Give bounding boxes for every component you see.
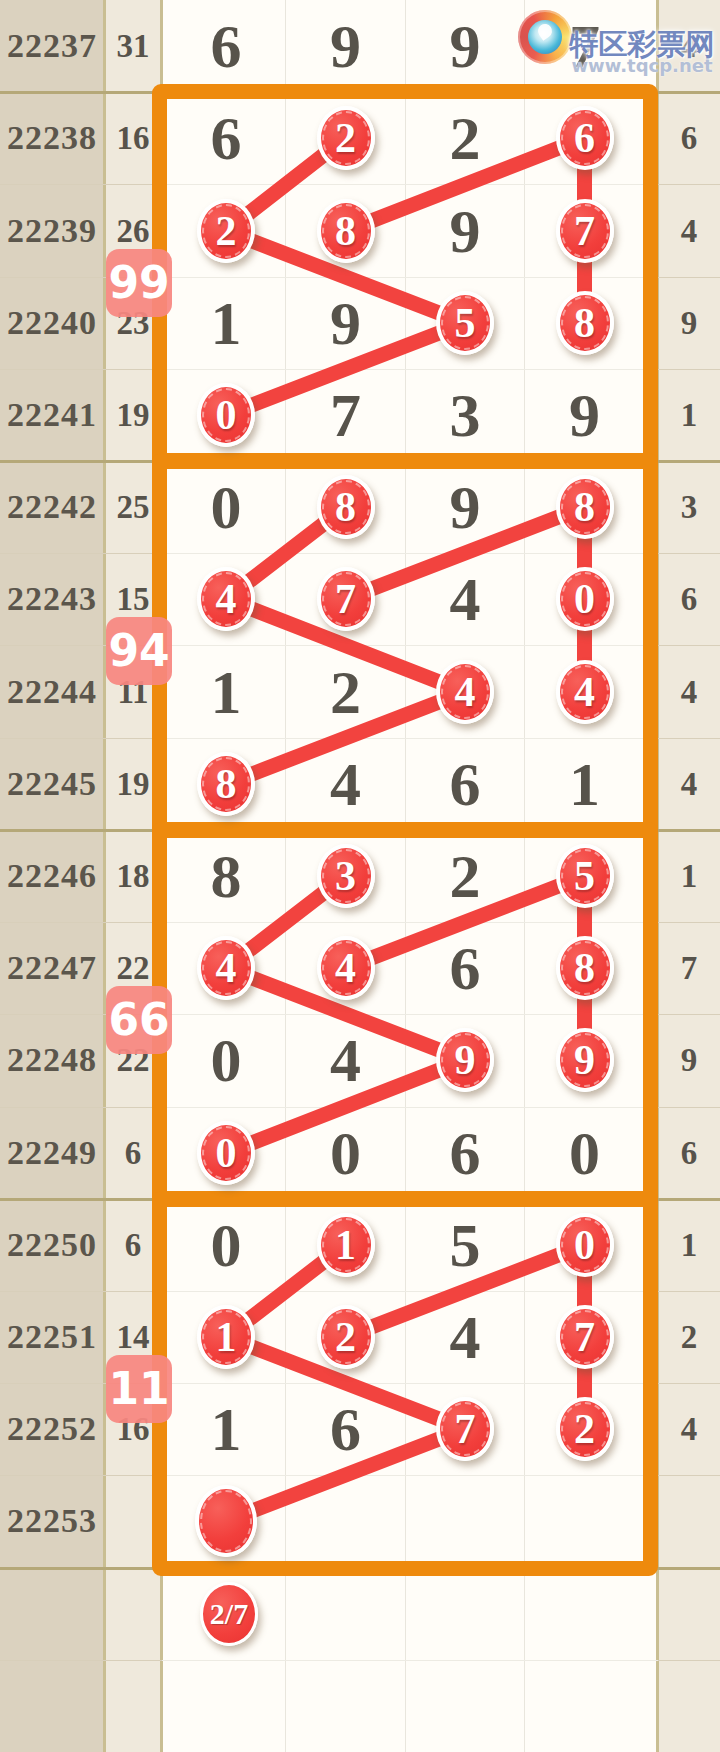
circled-digit: 2 — [317, 1305, 375, 1369]
circled-digit: 0 — [197, 1121, 255, 1185]
circled-digit: 4 — [556, 660, 614, 724]
circled-digit-label: 8 — [335, 210, 356, 252]
circled-digit-label: 0 — [574, 578, 595, 620]
circled-digit: 8 — [317, 199, 375, 263]
circled-digit-label: 8 — [574, 302, 595, 344]
trend-line — [226, 323, 465, 415]
circled-digit-label: 0 — [216, 1132, 237, 1174]
circled-digit-label: 7 — [574, 1316, 595, 1358]
circled-digit: 4 — [436, 660, 494, 724]
circled-digit: 7 — [436, 1397, 494, 1461]
trend-line — [346, 507, 585, 599]
circled-digit: 5 — [436, 291, 494, 355]
circled-digit: 6 — [556, 106, 614, 170]
circled-digit: 3 — [317, 844, 375, 908]
circled-digit: 1 — [197, 1305, 255, 1369]
circled-digit: 2 — [197, 199, 255, 263]
circled-digit: 1 — [317, 1213, 375, 1277]
circled-digit-label: 4 — [574, 671, 595, 713]
circled-digit-label: 4 — [335, 947, 356, 989]
circled-digit: 4 — [197, 567, 255, 631]
circled-digit: 8 — [556, 936, 614, 1000]
fraction-badge: 2/7 — [200, 1582, 258, 1646]
circled-digit-label: 1 — [216, 1316, 237, 1358]
circled-digit-label: 5 — [455, 302, 476, 344]
circled-digit-label: 2 — [216, 210, 237, 252]
circled-digit-label: 9 — [574, 1039, 595, 1081]
circled-digit: 7 — [556, 1305, 614, 1369]
circled-digit: 7 — [317, 567, 375, 631]
circled-digit-label: 0 — [574, 1224, 595, 1266]
circled-digit: 4 — [317, 936, 375, 1000]
circled-digit-label: 7 — [335, 578, 356, 620]
circled-digit: 7 — [556, 199, 614, 263]
circled-digit: 0 — [556, 1213, 614, 1277]
circled-digit-label: 8 — [574, 947, 595, 989]
ratio-badge: 99 — [106, 249, 172, 317]
circled-digit: 8 — [317, 475, 375, 539]
trend-line — [226, 1429, 465, 1521]
ratio-badge: 94 — [106, 617, 172, 685]
circled-digit-label: 3 — [335, 855, 356, 897]
fraction-badge-label: 2/7 — [210, 1597, 248, 1631]
circled-digit: 2 — [556, 1397, 614, 1461]
circled-digit: 9 — [436, 1028, 494, 1092]
circled-digit-label: 8 — [574, 486, 595, 528]
circled-digit: 8 — [556, 291, 614, 355]
circled-digit-label: 2 — [335, 117, 356, 159]
circled-digit-label: 4 — [455, 671, 476, 713]
circled-digit: 0 — [197, 383, 255, 447]
circled-digit: 8 — [556, 475, 614, 539]
circled-digit: 4 — [197, 936, 255, 1000]
circled-digit-label: 9 — [455, 1039, 476, 1081]
circled-digit-label: 8 — [335, 486, 356, 528]
circled-digit-label: 2 — [335, 1316, 356, 1358]
ratio-badge: 11 — [106, 1355, 172, 1423]
circled-digit-label: 5 — [574, 855, 595, 897]
circled-digit-label: 0 — [216, 394, 237, 436]
circled-digit-label: 7 — [455, 1408, 476, 1450]
circled-digit: 5 — [556, 844, 614, 908]
circled-digit-label: 8 — [216, 763, 237, 805]
circled-digit-label: 4 — [216, 578, 237, 620]
circled-digit-label: 4 — [216, 947, 237, 989]
circled-digit: 9 — [556, 1028, 614, 1092]
trend-line — [346, 1245, 585, 1337]
circled-digit: 2 — [317, 106, 375, 170]
circled-digit: 0 — [556, 567, 614, 631]
trend-line — [226, 1060, 465, 1153]
circled-digit-label: 7 — [574, 210, 595, 252]
trend-chart: 2223731469972223816662262223926428972224… — [0, 0, 720, 1752]
circled-digit-label: 1 — [335, 1224, 356, 1266]
ratio-badge: 66 — [106, 986, 172, 1054]
trend-line — [226, 692, 465, 784]
circled-digit: 8 — [197, 752, 255, 816]
trend-line — [346, 876, 585, 968]
circled-digit-label: 2 — [574, 1408, 595, 1450]
circled-digit-label: 6 — [574, 117, 595, 159]
trend-line — [346, 138, 585, 231]
next-draw-marker — [195, 1485, 257, 1557]
